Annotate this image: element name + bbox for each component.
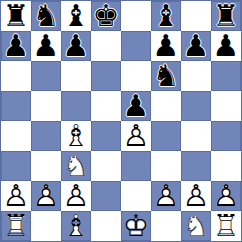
square-a6[interactable] [1,61,31,91]
square-e8[interactable] [121,1,151,31]
board-container: ♜♞♝♚♝♜♟♟♟♟♟♟♞♟♝♗♟♙♞♘♟♙♟♙♟♙♟♙♟♙♟♙♜♖♝♗♚♔♞♘… [0,0,242,242]
piece-outline: ♙ [181,181,211,211]
piece-outline: ♔ [121,211,151,241]
square-c5[interactable] [61,91,91,121]
piece-black-pawn[interactable]: ♟ [61,31,91,61]
square-d2[interactable] [91,181,121,211]
square-c7[interactable]: ♟ [61,31,91,61]
piece-black-pawn[interactable]: ♟ [1,31,31,61]
square-d8[interactable]: ♚ [91,1,121,31]
square-g1[interactable]: ♞♘ [181,211,211,241]
square-b8[interactable]: ♞ [31,1,61,31]
piece-white-king[interactable]: ♚♔ [121,211,151,241]
piece-black-pawn[interactable]: ♟ [151,31,181,61]
piece-white-bishop[interactable]: ♝♗ [61,211,91,241]
square-d7[interactable] [91,31,121,61]
square-e6[interactable] [121,61,151,91]
square-b3[interactable] [31,151,61,181]
piece-black-rook[interactable]: ♜ [1,1,31,31]
square-c4[interactable]: ♝♗ [61,121,91,151]
piece-black-pawn[interactable]: ♟ [181,31,211,61]
square-b7[interactable]: ♟ [31,31,61,61]
square-d1[interactable] [91,211,121,241]
piece-outline: ♖ [1,211,31,241]
piece-white-pawn[interactable]: ♟♙ [181,181,211,211]
piece-outline: ♘ [181,211,211,241]
piece-white-knight[interactable]: ♞♘ [61,151,91,181]
piece-black-knight[interactable]: ♞ [151,61,181,91]
square-g8[interactable] [181,1,211,31]
square-h1[interactable]: ♜♖ [211,211,241,241]
piece-outline: ♙ [1,181,31,211]
square-e1[interactable]: ♚♔ [121,211,151,241]
square-b6[interactable] [31,61,61,91]
square-a7[interactable]: ♟ [1,31,31,61]
square-h7[interactable]: ♟ [211,31,241,61]
square-e7[interactable] [121,31,151,61]
piece-outline: ♙ [61,181,91,211]
square-a5[interactable] [1,91,31,121]
square-a4[interactable] [1,121,31,151]
piece-white-bishop[interactable]: ♝♗ [61,121,91,151]
piece-white-rook[interactable]: ♜♖ [1,211,31,241]
piece-white-rook[interactable]: ♜♖ [211,211,241,241]
square-d3[interactable] [91,151,121,181]
square-g5[interactable] [181,91,211,121]
square-g4[interactable] [181,121,211,151]
square-c2[interactable]: ♟♙ [61,181,91,211]
chess-board: ♜♞♝♚♝♜♟♟♟♟♟♟♞♟♝♗♟♙♞♘♟♙♟♙♟♙♟♙♟♙♟♙♜♖♝♗♚♔♞♘… [0,0,242,242]
piece-black-bishop[interactable]: ♝ [151,1,181,31]
square-h8[interactable]: ♜ [211,1,241,31]
piece-outline: ♙ [151,181,181,211]
square-h3[interactable] [211,151,241,181]
piece-outline: ♖ [211,211,241,241]
piece-black-king[interactable]: ♚ [91,1,121,31]
square-g7[interactable]: ♟ [181,31,211,61]
piece-black-pawn[interactable]: ♟ [121,91,151,121]
square-f7[interactable]: ♟ [151,31,181,61]
square-h4[interactable] [211,121,241,151]
square-f8[interactable]: ♝ [151,1,181,31]
square-d5[interactable] [91,91,121,121]
piece-black-rook[interactable]: ♜ [211,1,241,31]
square-c6[interactable] [61,61,91,91]
square-c3[interactable]: ♞♘ [61,151,91,181]
square-f1[interactable] [151,211,181,241]
square-f3[interactable] [151,151,181,181]
square-f2[interactable]: ♟♙ [151,181,181,211]
square-e2[interactable] [121,181,151,211]
square-b2[interactable]: ♟♙ [31,181,61,211]
square-b1[interactable] [31,211,61,241]
piece-white-pawn[interactable]: ♟♙ [31,181,61,211]
square-h6[interactable] [211,61,241,91]
piece-white-pawn[interactable]: ♟♙ [121,121,151,151]
square-e5[interactable]: ♟ [121,91,151,121]
piece-outline: ♙ [211,181,241,211]
square-d4[interactable] [91,121,121,151]
piece-white-pawn[interactable]: ♟♙ [61,181,91,211]
piece-outline: ♗ [61,211,91,241]
piece-black-pawn[interactable]: ♟ [31,31,61,61]
square-d6[interactable] [91,61,121,91]
piece-outline: ♙ [121,121,151,151]
square-f5[interactable] [151,91,181,121]
square-h5[interactable] [211,91,241,121]
square-b5[interactable] [31,91,61,121]
square-b4[interactable] [31,121,61,151]
piece-black-knight[interactable]: ♞ [31,1,61,31]
square-h2[interactable]: ♟♙ [211,181,241,211]
square-a1[interactable]: ♜♖ [1,211,31,241]
square-a3[interactable] [1,151,31,181]
square-f6[interactable]: ♞ [151,61,181,91]
square-e4[interactable]: ♟♙ [121,121,151,151]
piece-white-knight[interactable]: ♞♘ [181,211,211,241]
piece-outline: ♙ [31,181,61,211]
piece-white-pawn[interactable]: ♟♙ [211,181,241,211]
square-g2[interactable]: ♟♙ [181,181,211,211]
square-a8[interactable]: ♜ [1,1,31,31]
square-c8[interactable]: ♝ [61,1,91,31]
piece-outline: ♗ [61,121,91,151]
square-c1[interactable]: ♝♗ [61,211,91,241]
piece-white-pawn[interactable]: ♟♙ [151,181,181,211]
piece-black-bishop[interactable]: ♝ [61,1,91,31]
piece-outline: ♘ [61,151,91,181]
piece-black-pawn[interactable]: ♟ [211,31,241,61]
square-e3[interactable] [121,151,151,181]
square-g3[interactable] [181,151,211,181]
piece-white-pawn[interactable]: ♟♙ [1,181,31,211]
square-g6[interactable] [181,61,211,91]
square-f4[interactable] [151,121,181,151]
square-a2[interactable]: ♟♙ [1,181,31,211]
